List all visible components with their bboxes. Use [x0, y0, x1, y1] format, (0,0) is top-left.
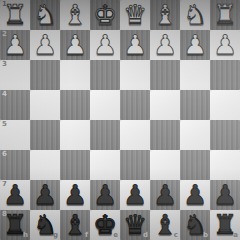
piece-black-rook[interactable]: ♜	[0, 210, 30, 240]
square-a3[interactable]	[210, 60, 240, 90]
square-h4[interactable]: 4	[0, 90, 30, 120]
rank-label-4: 4	[2, 91, 7, 98]
square-b1[interactable]: ♞	[180, 0, 210, 30]
chess-board-wrapper: ♜1♞♝♚♛♝♞♜♟2♟♟♟♟♟♟♟3456♟7♟♟♟♟♟♟♟♜8h♞g♝f♚e…	[0, 0, 240, 240]
square-g3[interactable]	[30, 60, 60, 90]
square-h1[interactable]: ♜1	[0, 0, 30, 30]
square-c6[interactable]	[150, 150, 180, 180]
square-h6[interactable]: 6	[0, 150, 30, 180]
square-a4[interactable]	[210, 90, 240, 120]
piece-black-pawn[interactable]: ♟	[60, 180, 90, 210]
piece-black-pawn[interactable]: ♟	[210, 180, 240, 210]
piece-black-bishop[interactable]: ♝	[60, 210, 90, 240]
piece-white-pawn[interactable]: ♟	[210, 30, 240, 60]
square-c3[interactable]	[150, 60, 180, 90]
square-f4[interactable]	[60, 90, 90, 120]
square-b6[interactable]	[180, 150, 210, 180]
square-e8[interactable]: ♚e	[90, 210, 120, 240]
square-a5[interactable]	[210, 120, 240, 150]
piece-white-pawn[interactable]: ♟	[0, 30, 30, 60]
square-f1[interactable]: ♝	[60, 0, 90, 30]
square-b2[interactable]: ♟	[180, 30, 210, 60]
square-d3[interactable]	[120, 60, 150, 90]
square-a1[interactable]: ♜	[210, 0, 240, 30]
square-e2[interactable]: ♟	[90, 30, 120, 60]
square-g4[interactable]	[30, 90, 60, 120]
piece-white-pawn[interactable]: ♟	[150, 30, 180, 60]
square-d8[interactable]: ♛d	[120, 210, 150, 240]
piece-white-rook[interactable]: ♜	[210, 0, 240, 30]
square-g8[interactable]: ♞g	[30, 210, 60, 240]
piece-black-pawn[interactable]: ♟	[150, 180, 180, 210]
piece-white-pawn[interactable]: ♟	[60, 30, 90, 60]
square-e6[interactable]	[90, 150, 120, 180]
square-d1[interactable]: ♛	[120, 0, 150, 30]
square-b4[interactable]	[180, 90, 210, 120]
square-e4[interactable]	[90, 90, 120, 120]
piece-black-pawn[interactable]: ♟	[120, 180, 150, 210]
square-d2[interactable]: ♟	[120, 30, 150, 60]
square-a8[interactable]: ♜a	[210, 210, 240, 240]
piece-white-pawn[interactable]: ♟	[90, 30, 120, 60]
square-b7[interactable]: ♟	[180, 180, 210, 210]
square-g5[interactable]	[30, 120, 60, 150]
piece-black-pawn[interactable]: ♟	[90, 180, 120, 210]
piece-black-knight[interactable]: ♞	[180, 210, 210, 240]
square-e1[interactable]: ♚	[90, 0, 120, 30]
rank-label-3: 3	[2, 61, 7, 68]
square-d4[interactable]	[120, 90, 150, 120]
square-b5[interactable]	[180, 120, 210, 150]
square-f2[interactable]: ♟	[60, 30, 90, 60]
piece-white-pawn[interactable]: ♟	[120, 30, 150, 60]
piece-white-pawn[interactable]: ♟	[30, 30, 60, 60]
square-g7[interactable]: ♟	[30, 180, 60, 210]
rank-label-6: 6	[2, 151, 7, 158]
piece-white-king[interactable]: ♚	[90, 0, 120, 30]
square-c8[interactable]: ♝c	[150, 210, 180, 240]
square-c2[interactable]: ♟	[150, 30, 180, 60]
square-a2[interactable]: ♟	[210, 30, 240, 60]
piece-white-bishop[interactable]: ♝	[60, 0, 90, 30]
square-f8[interactable]: ♝f	[60, 210, 90, 240]
square-h5[interactable]: 5	[0, 120, 30, 150]
square-h2[interactable]: ♟2	[0, 30, 30, 60]
square-d6[interactable]	[120, 150, 150, 180]
square-h8[interactable]: ♜8h	[0, 210, 30, 240]
piece-white-knight[interactable]: ♞	[180, 0, 210, 30]
square-b3[interactable]	[180, 60, 210, 90]
piece-white-bishop[interactable]: ♝	[150, 0, 180, 30]
piece-black-queen[interactable]: ♛	[120, 210, 150, 240]
rank-label-5: 5	[2, 121, 7, 128]
square-h3[interactable]: 3	[0, 60, 30, 90]
square-a6[interactable]	[210, 150, 240, 180]
piece-black-pawn[interactable]: ♟	[0, 180, 30, 210]
square-g6[interactable]	[30, 150, 60, 180]
piece-black-rook[interactable]: ♜	[210, 210, 240, 240]
square-f5[interactable]	[60, 120, 90, 150]
square-c7[interactable]: ♟	[150, 180, 180, 210]
square-h7[interactable]: ♟7	[0, 180, 30, 210]
square-c4[interactable]	[150, 90, 180, 120]
piece-black-bishop[interactable]: ♝	[150, 210, 180, 240]
square-d7[interactable]: ♟	[120, 180, 150, 210]
piece-white-queen[interactable]: ♛	[120, 0, 150, 30]
square-g1[interactable]: ♞	[30, 0, 60, 30]
piece-white-rook[interactable]: ♜	[0, 0, 30, 30]
piece-black-knight[interactable]: ♞	[30, 210, 60, 240]
square-d5[interactable]	[120, 120, 150, 150]
square-e3[interactable]	[90, 60, 120, 90]
square-a7[interactable]: ♟	[210, 180, 240, 210]
square-f3[interactable]	[60, 60, 90, 90]
piece-black-pawn[interactable]: ♟	[180, 180, 210, 210]
piece-white-pawn[interactable]: ♟	[180, 30, 210, 60]
square-e5[interactable]	[90, 120, 120, 150]
piece-black-king[interactable]: ♚	[90, 210, 120, 240]
square-g2[interactable]: ♟	[30, 30, 60, 60]
square-f6[interactable]	[60, 150, 90, 180]
piece-white-knight[interactable]: ♞	[30, 0, 60, 30]
square-f7[interactable]: ♟	[60, 180, 90, 210]
chess-board: ♜1♞♝♚♛♝♞♜♟2♟♟♟♟♟♟♟3456♟7♟♟♟♟♟♟♟♜8h♞g♝f♚e…	[0, 0, 240, 240]
square-c5[interactable]	[150, 120, 180, 150]
square-c1[interactable]: ♝	[150, 0, 180, 30]
square-e7[interactable]: ♟	[90, 180, 120, 210]
piece-black-pawn[interactable]: ♟	[30, 180, 60, 210]
square-b8[interactable]: ♞b	[180, 210, 210, 240]
